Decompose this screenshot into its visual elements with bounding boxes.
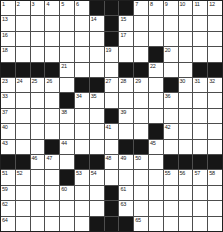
- clue-number-57: 57: [194, 170, 200, 176]
- cell-r11c5[interactable]: [60, 155, 74, 169]
- black-cell-r5c9: [119, 63, 133, 77]
- cell-r12c6[interactable]: 53: [75, 170, 89, 184]
- clue-number-38: 38: [61, 109, 67, 115]
- clue-number-58: 58: [209, 170, 215, 176]
- clue-number-13: 13: [2, 16, 8, 22]
- cell-r10c3[interactable]: [31, 140, 45, 154]
- black-cell-r6c12: [164, 78, 178, 92]
- cell-r1c6[interactable]: 6: [75, 1, 89, 15]
- cell-r8c11[interactable]: [149, 109, 163, 123]
- cell-r2c1[interactable]: 13: [1, 16, 15, 30]
- cell-r2c9[interactable]: 15: [119, 16, 133, 30]
- cell-r1c1[interactable]: 1: [1, 1, 15, 15]
- black-cell-r7c5: [60, 93, 74, 107]
- cell-r6c9[interactable]: 28: [119, 78, 133, 92]
- cell-r2c5[interactable]: [60, 16, 74, 30]
- cell-r13c7[interactable]: [90, 186, 104, 200]
- cell-r2c2[interactable]: [16, 16, 30, 30]
- cell-r9c5[interactable]: [60, 124, 74, 138]
- cell-r1c13[interactable]: 10: [179, 1, 193, 15]
- cell-r6c13[interactable]: 30: [179, 78, 193, 92]
- cell-r13c4[interactable]: [45, 186, 59, 200]
- cell-r12c7[interactable]: 54: [90, 170, 104, 184]
- clue-number-8: 8: [150, 1, 153, 7]
- clue-number-7: 7: [135, 1, 138, 7]
- cell-r1c11[interactable]: 8: [149, 1, 163, 15]
- black-cell-r9c11: [149, 124, 163, 138]
- clue-number-29: 29: [135, 78, 141, 84]
- cell-r6c10[interactable]: 29: [134, 78, 148, 92]
- cell-r8c10[interactable]: [134, 109, 148, 123]
- black-cell-r3c8: [105, 32, 119, 46]
- black-cell-r11c14: [193, 155, 207, 169]
- clue-number-18: 18: [2, 47, 8, 53]
- black-cell-r11c1: [1, 155, 15, 169]
- cell-r8c2[interactable]: [16, 109, 30, 123]
- cell-r12c14[interactable]: 57: [193, 170, 207, 184]
- clue-number-12: 12: [209, 1, 215, 7]
- cell-r2c13[interactable]: [179, 16, 193, 30]
- black-cell-r4c11: [149, 47, 163, 61]
- clue-number-61: 61: [120, 186, 126, 192]
- clue-number-30: 30: [180, 78, 186, 84]
- cell-r2c12[interactable]: [164, 16, 178, 30]
- clue-number-41: 41: [106, 124, 112, 130]
- cell-r10c7[interactable]: [90, 140, 104, 154]
- cell-r1c12[interactable]: 9: [164, 1, 178, 15]
- clue-number-53: 53: [76, 170, 82, 176]
- cell-r2c6[interactable]: [75, 16, 89, 30]
- clue-number-47: 47: [46, 155, 52, 161]
- clue-number-55: 55: [165, 170, 171, 176]
- cell-r11c3[interactable]: 46: [31, 155, 45, 169]
- clue-number-59: 59: [2, 186, 8, 192]
- cell-r2c15[interactable]: [208, 16, 222, 30]
- clue-number-10: 10: [180, 1, 186, 7]
- cell-r4c6[interactable]: [75, 47, 89, 61]
- cell-r13c13[interactable]: [179, 186, 193, 200]
- cell-r7c2[interactable]: [16, 93, 30, 107]
- clue-number-50: 50: [135, 155, 141, 161]
- clue-number-48: 48: [106, 155, 112, 161]
- cell-r11c9[interactable]: 49: [119, 155, 133, 169]
- cell-r4c15[interactable]: [208, 47, 222, 61]
- cell-r13c9[interactable]: 61: [119, 186, 133, 200]
- cell-r14c14[interactable]: [193, 201, 207, 215]
- cell-r3c4[interactable]: [45, 32, 59, 46]
- cell-r7c6[interactable]: 34: [75, 93, 89, 107]
- clue-number-40: 40: [2, 124, 8, 130]
- cell-r7c13[interactable]: [179, 93, 193, 107]
- clue-number-22: 22: [150, 63, 156, 69]
- cell-r3c7[interactable]: [90, 32, 104, 46]
- black-cell-r10c10: [134, 140, 148, 154]
- cell-r14c5[interactable]: [60, 201, 74, 215]
- cell-r2c3[interactable]: [31, 16, 45, 30]
- cell-r10c2[interactable]: [16, 140, 30, 154]
- cell-r15c12[interactable]: [164, 217, 178, 231]
- cell-r15c4[interactable]: [45, 217, 59, 231]
- black-cell-r12c5: [60, 170, 74, 184]
- black-cell-r5c15: [208, 63, 222, 77]
- cell-r1c4[interactable]: 4: [45, 1, 59, 15]
- black-cell-r11c15: [208, 155, 222, 169]
- clue-number-20: 20: [165, 47, 171, 53]
- cell-r3c5[interactable]: [60, 32, 74, 46]
- cell-r3c12[interactable]: [164, 32, 178, 46]
- cell-r4c1[interactable]: 18: [1, 47, 15, 61]
- cell-r9c3[interactable]: [31, 124, 45, 138]
- cell-r3c11[interactable]: [149, 32, 163, 46]
- clue-number-45: 45: [150, 140, 156, 146]
- clue-number-64: 64: [2, 217, 8, 223]
- cell-r2c10[interactable]: [134, 16, 148, 30]
- cell-r3c10[interactable]: [134, 32, 148, 46]
- cell-r14c7[interactable]: [90, 201, 104, 215]
- cell-r14c6[interactable]: [75, 201, 89, 215]
- clue-number-44: 44: [61, 140, 67, 146]
- cell-r8c9[interactable]: 39: [119, 109, 133, 123]
- black-cell-r8c8: [105, 109, 119, 123]
- clue-number-24: 24: [17, 78, 23, 84]
- clue-number-54: 54: [91, 170, 97, 176]
- clue-number-36: 36: [165, 93, 171, 99]
- black-cell-r5c3: [31, 63, 45, 77]
- cell-r10c1[interactable]: 43: [1, 140, 15, 154]
- cell-r9c12[interactable]: 42: [164, 124, 178, 138]
- cell-r14c2[interactable]: [16, 201, 30, 215]
- clue-number-21: 21: [61, 63, 67, 69]
- clue-number-63: 63: [120, 201, 126, 207]
- cell-r6c5[interactable]: [60, 78, 74, 92]
- cell-r4c10[interactable]: [134, 47, 148, 61]
- cell-r7c11[interactable]: [149, 93, 163, 107]
- cell-r15c5[interactable]: [60, 217, 74, 231]
- cell-r5c6[interactable]: [75, 63, 89, 77]
- cell-r8c3[interactable]: [31, 109, 45, 123]
- cell-r4c4[interactable]: [45, 47, 59, 61]
- cell-r10c5[interactable]: 44: [60, 140, 74, 154]
- cell-r6c3[interactable]: 25: [31, 78, 45, 92]
- cell-r7c8[interactable]: [105, 93, 119, 107]
- cell-r10c8[interactable]: [105, 140, 119, 154]
- cell-r8c7[interactable]: [90, 109, 104, 123]
- cell-r3c3[interactable]: [31, 32, 45, 46]
- cell-r8c5[interactable]: 38: [60, 109, 74, 123]
- clue-number-27: 27: [106, 78, 112, 84]
- cell-r15c6[interactable]: [75, 217, 89, 231]
- cell-r14c15[interactable]: [208, 201, 222, 215]
- cell-r13c10[interactable]: [134, 186, 148, 200]
- black-cell-r11c13: [179, 155, 193, 169]
- cell-r15c15[interactable]: [208, 217, 222, 231]
- cell-r7c14[interactable]: [193, 93, 207, 107]
- clue-number-4: 4: [46, 1, 49, 7]
- clue-number-19: 19: [106, 47, 112, 53]
- black-cell-r15c9: [119, 217, 133, 231]
- cell-r15c11[interactable]: [149, 217, 163, 231]
- cell-r12c9[interactable]: [119, 170, 133, 184]
- cell-r8c4[interactable]: [45, 109, 59, 123]
- clue-number-46: 46: [32, 155, 38, 161]
- cell-r12c4[interactable]: [45, 170, 59, 184]
- cell-r11c8[interactable]: 48: [105, 155, 119, 169]
- cell-r15c3[interactable]: [31, 217, 45, 231]
- cell-r13c5[interactable]: 60: [60, 186, 74, 200]
- clue-number-52: 52: [17, 170, 23, 176]
- cell-r10c12[interactable]: [164, 140, 178, 154]
- cell-r9c9[interactable]: [119, 124, 133, 138]
- cell-r13c14[interactable]: [193, 186, 207, 200]
- black-cell-r14c8: [105, 201, 119, 215]
- black-cell-r1c9: [119, 1, 133, 15]
- cell-r4c3[interactable]: [31, 47, 45, 61]
- cell-r12c15[interactable]: 58: [208, 170, 222, 184]
- cell-r4c13[interactable]: [179, 47, 193, 61]
- cell-r7c10[interactable]: [134, 93, 148, 107]
- clue-number-3: 3: [32, 1, 35, 7]
- cell-r4c8[interactable]: 19: [105, 47, 119, 61]
- cell-r3c14[interactable]: [193, 32, 207, 46]
- cell-r6c2[interactable]: 24: [16, 78, 30, 92]
- black-cell-r15c7: [90, 217, 104, 231]
- clue-number-39: 39: [120, 109, 126, 115]
- cell-r3c1[interactable]: 16: [1, 32, 15, 46]
- cell-r5c8[interactable]: [105, 63, 119, 77]
- cell-r14c3[interactable]: [31, 201, 45, 215]
- clue-number-26: 26: [46, 78, 52, 84]
- clue-number-51: 51: [2, 170, 8, 176]
- black-cell-r5c1: [1, 63, 15, 77]
- cell-r3c15[interactable]: [208, 32, 222, 46]
- cell-r1c5[interactable]: 5: [60, 1, 74, 15]
- cell-r9c15[interactable]: [208, 124, 222, 138]
- cell-r4c7[interactable]: [90, 47, 104, 61]
- cell-r12c1[interactable]: 51: [1, 170, 15, 184]
- cell-r6c8[interactable]: 27: [105, 78, 119, 92]
- black-cell-r15c8: [105, 217, 119, 231]
- cell-r2c11[interactable]: [149, 16, 163, 30]
- cell-r3c6[interactable]: [75, 32, 89, 46]
- cell-r5c11[interactable]: 22: [149, 63, 163, 77]
- cell-r15c10[interactable]: 65: [134, 217, 148, 231]
- cell-r14c1[interactable]: 62: [1, 201, 15, 215]
- clue-number-2: 2: [17, 1, 20, 7]
- black-cell-r10c9: [119, 140, 133, 154]
- clue-number-32: 32: [209, 78, 215, 84]
- cell-r4c5[interactable]: [60, 47, 74, 61]
- cell-r7c9[interactable]: [119, 93, 133, 107]
- clue-number-60: 60: [61, 186, 67, 192]
- cell-r10c15[interactable]: [208, 140, 222, 154]
- cell-r9c14[interactable]: [193, 124, 207, 138]
- clue-number-33: 33: [2, 93, 8, 99]
- cell-r13c3[interactable]: [31, 186, 45, 200]
- black-cell-r5c2: [16, 63, 30, 77]
- cell-r2c4[interactable]: [45, 16, 59, 30]
- cell-r7c7[interactable]: 35: [90, 93, 104, 107]
- cell-r13c2[interactable]: [16, 186, 30, 200]
- cell-r9c2[interactable]: [16, 124, 30, 138]
- cell-r4c2[interactable]: [16, 47, 30, 61]
- clue-number-42: 42: [165, 124, 171, 130]
- black-cell-r2c8: [105, 16, 119, 30]
- cell-r10c11[interactable]: 45: [149, 140, 163, 154]
- cell-r9c4[interactable]: [45, 124, 59, 138]
- black-cell-r13c8: [105, 186, 119, 200]
- cell-r1c15[interactable]: 12: [208, 1, 222, 15]
- cell-r6c14[interactable]: 31: [193, 78, 207, 92]
- clue-number-9: 9: [165, 1, 168, 7]
- cell-r14c10[interactable]: [134, 201, 148, 215]
- cell-r14c12[interactable]: [164, 201, 178, 215]
- cell-r3c9[interactable]: 17: [119, 32, 133, 46]
- clue-number-11: 11: [194, 1, 199, 7]
- clue-number-49: 49: [120, 155, 126, 161]
- cell-r9c7[interactable]: [90, 124, 104, 138]
- clue-number-16: 16: [2, 32, 8, 38]
- cell-r6c15[interactable]: 32: [208, 78, 222, 92]
- cell-r7c1[interactable]: 33: [1, 93, 15, 107]
- cell-r10c14[interactable]: [193, 140, 207, 154]
- clue-number-28: 28: [120, 78, 126, 84]
- cell-r9c8[interactable]: 41: [105, 124, 119, 138]
- cell-r8c13[interactable]: [179, 109, 193, 123]
- black-cell-r11c7: [90, 155, 104, 169]
- cell-r14c9[interactable]: 63: [119, 201, 133, 215]
- cell-r3c13[interactable]: [179, 32, 193, 46]
- cell-r12c3[interactable]: [31, 170, 45, 184]
- cell-r9c6[interactable]: [75, 124, 89, 138]
- cell-r7c4[interactable]: [45, 93, 59, 107]
- cell-r1c2[interactable]: 2: [16, 1, 30, 15]
- cell-r13c1[interactable]: 59: [1, 186, 15, 200]
- cell-r8c15[interactable]: [208, 109, 222, 123]
- black-cell-r6c7: [90, 78, 104, 92]
- black-cell-r5c14: [193, 63, 207, 77]
- cell-r3c2[interactable]: [16, 32, 30, 46]
- cell-r5c7[interactable]: [90, 63, 104, 77]
- cell-r7c12[interactable]: 36: [164, 93, 178, 107]
- black-cell-r11c12: [164, 155, 178, 169]
- cell-r8c1[interactable]: 37: [1, 109, 15, 123]
- cell-r13c15[interactable]: [208, 186, 222, 200]
- cell-r13c6[interactable]: [75, 186, 89, 200]
- cell-r15c13[interactable]: [179, 217, 193, 231]
- cell-r1c14[interactable]: 11: [193, 1, 207, 15]
- cell-r4c9[interactable]: [119, 47, 133, 61]
- cell-r9c1[interactable]: 40: [1, 124, 15, 138]
- cell-r12c8[interactable]: [105, 170, 119, 184]
- cell-r14c11[interactable]: [149, 201, 163, 215]
- cell-r4c14[interactable]: [193, 47, 207, 61]
- cell-r6c11[interactable]: [149, 78, 163, 92]
- clue-number-23: 23: [2, 78, 8, 84]
- clue-number-43: 43: [2, 140, 8, 146]
- black-cell-r6c6: [75, 78, 89, 92]
- clue-number-62: 62: [2, 201, 8, 207]
- black-cell-r11c2: [16, 155, 30, 169]
- cell-r11c11[interactable]: [149, 155, 163, 169]
- cell-r9c13[interactable]: [179, 124, 193, 138]
- clue-number-56: 56: [180, 170, 186, 176]
- cell-r8c12[interactable]: [164, 109, 178, 123]
- black-cell-r5c10: [134, 63, 148, 77]
- black-cell-r1c7: [90, 1, 104, 15]
- cell-r7c3[interactable]: [31, 93, 45, 107]
- cell-r11c10[interactable]: 50: [134, 155, 148, 169]
- cell-r2c14[interactable]: [193, 16, 207, 30]
- cell-r7c15[interactable]: [208, 93, 222, 107]
- clue-number-15: 15: [120, 16, 126, 22]
- black-cell-r5c4: [45, 63, 59, 77]
- clue-number-1: 1: [2, 1, 5, 7]
- crossword-grid: 1234567891011121314151617181920212223242…: [0, 0, 223, 232]
- cell-r13c12[interactable]: [164, 186, 178, 200]
- clue-number-6: 6: [76, 1, 79, 7]
- cell-r15c1[interactable]: 64: [1, 217, 15, 231]
- cell-r10c6[interactable]: [75, 140, 89, 154]
- cell-r14c13[interactable]: [179, 201, 193, 215]
- cell-r12c10[interactable]: [134, 170, 148, 184]
- black-cell-r1c8: [105, 1, 119, 15]
- cell-r6c4[interactable]: 26: [45, 78, 59, 92]
- clue-number-37: 37: [2, 109, 8, 115]
- cell-r5c12[interactable]: [164, 63, 178, 77]
- cell-r12c2[interactable]: 52: [16, 170, 30, 184]
- clue-number-34: 34: [76, 93, 82, 99]
- clue-number-35: 35: [91, 93, 97, 99]
- clue-number-65: 65: [135, 217, 141, 223]
- cell-r5c13[interactable]: [179, 63, 193, 77]
- cell-r8c6[interactable]: [75, 109, 89, 123]
- cell-r8c14[interactable]: [193, 109, 207, 123]
- cell-r12c11[interactable]: [149, 170, 163, 184]
- cell-r15c14[interactable]: [193, 217, 207, 231]
- clue-number-17: 17: [120, 32, 126, 38]
- black-cell-r11c6: [75, 155, 89, 169]
- cell-r14c4[interactable]: [45, 201, 59, 215]
- cell-r12c13[interactable]: 56: [179, 170, 193, 184]
- cell-r12c12[interactable]: 55: [164, 170, 178, 184]
- cell-r5c5[interactable]: 21: [60, 63, 74, 77]
- cell-r2c7[interactable]: 14: [90, 16, 104, 30]
- clue-number-31: 31: [194, 78, 200, 84]
- clue-number-14: 14: [91, 16, 97, 22]
- cell-r9c10[interactable]: [134, 124, 148, 138]
- clue-number-25: 25: [32, 78, 38, 84]
- clue-number-5: 5: [61, 1, 64, 7]
- cell-r6c1[interactable]: 23: [1, 78, 15, 92]
- cell-r4c12[interactable]: 20: [164, 47, 178, 61]
- cell-r1c3[interactable]: 3: [31, 1, 45, 15]
- cell-r15c2[interactable]: [16, 217, 30, 231]
- cell-r1c10[interactable]: 7: [134, 1, 148, 15]
- cell-r10c13[interactable]: [179, 140, 193, 154]
- black-cell-r10c4: [45, 140, 59, 154]
- cell-r11c4[interactable]: 47: [45, 155, 59, 169]
- cell-r13c11[interactable]: [149, 186, 163, 200]
